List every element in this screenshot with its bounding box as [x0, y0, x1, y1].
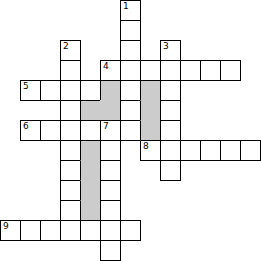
cell-r3c3[interactable] [60, 60, 81, 81]
cell-r3c7[interactable] [140, 60, 161, 81]
cell-r9c3[interactable] [60, 180, 81, 201]
clue-number-6: 6 [23, 121, 29, 131]
cell-r7c10[interactable] [200, 140, 221, 161]
cell-r11c0[interactable]: 9 [0, 220, 21, 241]
cell-r11c1[interactable] [20, 220, 41, 241]
cell-r9c5[interactable] [100, 180, 121, 201]
cell-r4c4[interactable] [80, 80, 101, 101]
cell-r8c4 [80, 160, 101, 181]
clue-number-2: 2 [63, 41, 69, 51]
clue-number-9: 9 [3, 221, 9, 231]
cell-r6c4[interactable] [80, 120, 101, 141]
cell-r3c9[interactable] [180, 60, 201, 81]
cell-r11c5[interactable] [100, 220, 121, 241]
cell-r4c7 [140, 80, 161, 101]
cell-r2c3[interactable]: 2 [60, 40, 81, 61]
clue-number-3: 3 [163, 41, 169, 51]
cell-r2c6[interactable] [120, 40, 141, 61]
cell-r10c4 [80, 200, 101, 221]
cell-r4c2[interactable] [40, 80, 61, 101]
cell-r6c2[interactable] [40, 120, 61, 141]
cell-r6c6[interactable] [120, 120, 141, 141]
cell-r7c12[interactable] [240, 140, 261, 161]
cell-r5c6[interactable] [120, 100, 141, 121]
cell-r10c3[interactable] [60, 200, 81, 221]
clue-number-4: 4 [103, 61, 109, 71]
clue-number-8: 8 [143, 141, 149, 151]
cell-r4c1[interactable]: 5 [20, 80, 41, 101]
cell-r3c5[interactable]: 4 [100, 60, 121, 81]
cell-r4c5 [100, 80, 121, 101]
cell-r7c8[interactable] [160, 140, 181, 161]
cell-r12c5[interactable] [100, 240, 121, 261]
clue-number-7: 7 [103, 121, 109, 131]
cell-r3c11[interactable] [220, 60, 241, 81]
cell-r11c4[interactable] [80, 220, 101, 241]
cell-r3c6[interactable] [120, 60, 141, 81]
cell-r6c1[interactable]: 6 [20, 120, 41, 141]
cell-r1c6[interactable] [120, 20, 141, 41]
cell-r4c3[interactable] [60, 80, 81, 101]
cell-r4c8[interactable] [160, 80, 181, 101]
cell-r6c8[interactable] [160, 120, 181, 141]
cell-r7c7[interactable]: 8 [140, 140, 161, 161]
cell-r2c8[interactable]: 3 [160, 40, 181, 61]
cell-r7c4 [80, 140, 101, 161]
cell-r6c3[interactable] [60, 120, 81, 141]
cell-r8c3[interactable] [60, 160, 81, 181]
cell-r5c3[interactable] [60, 100, 81, 121]
cell-r5c4 [80, 100, 101, 121]
cell-r8c8[interactable] [160, 160, 181, 181]
cell-r5c5 [100, 100, 121, 121]
cell-r9c4 [80, 180, 101, 201]
clue-number-1: 1 [123, 1, 129, 11]
cell-r10c5[interactable] [100, 200, 121, 221]
cell-r7c11[interactable] [220, 140, 241, 161]
cell-r0c6[interactable]: 1 [120, 0, 141, 21]
crossword-board: 123456789 [0, 0, 261, 261]
cell-r5c8[interactable] [160, 100, 181, 121]
cell-r11c2[interactable] [40, 220, 61, 241]
cell-r6c5[interactable]: 7 [100, 120, 121, 141]
cell-r8c5[interactable] [100, 160, 121, 181]
cell-r4c6[interactable] [120, 80, 141, 101]
cell-r6c7 [140, 120, 161, 141]
cell-r3c10[interactable] [200, 60, 221, 81]
cell-r3c8[interactable] [160, 60, 181, 81]
cell-r7c9[interactable] [180, 140, 201, 161]
cell-r7c3[interactable] [60, 140, 81, 161]
cell-r11c3[interactable] [60, 220, 81, 241]
cell-r5c7 [140, 100, 161, 121]
clue-number-5: 5 [23, 81, 29, 91]
cell-r11c6[interactable] [120, 220, 141, 241]
cell-r7c5[interactable] [100, 140, 121, 161]
